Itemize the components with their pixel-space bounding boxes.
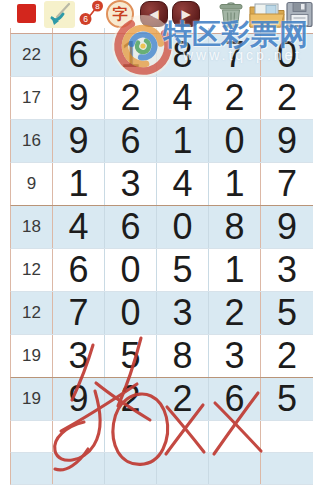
grid-row: 1696109 (10, 120, 313, 163)
digit-cell: 1 (105, 34, 157, 76)
row-sum-label: 9 (11, 163, 53, 205)
digit-cell: 6 (105, 120, 157, 162)
row-sum-label: 12 (11, 249, 53, 291)
digit-cell: 1 (157, 120, 209, 162)
digit-cell: 3 (209, 335, 261, 377)
digit-cell: 4 (157, 77, 209, 119)
grid-row: 2261870 (10, 33, 313, 77)
digit-cell: 8 (209, 206, 261, 248)
digit-cell: 4 (53, 206, 105, 248)
grid-row: 1846089 (10, 206, 313, 249)
row-sum-label: 22 (11, 34, 53, 76)
grid-row: 913417 (10, 163, 313, 206)
folder-open-button[interactable] (248, 1, 286, 28)
digit-cell: 9 (53, 120, 105, 162)
digit-cell (209, 421, 261, 452)
text-tool-button[interactable]: 字 (106, 0, 134, 28)
lottery-chart-app: { "game": "lottery-number-grid (七星彩 draw… (0, 0, 313, 485)
digit-cell: 4 (157, 163, 209, 205)
row-sum-label: 19 (11, 335, 53, 377)
digit-cell: 8 (157, 34, 209, 76)
back-arrow-icon: ◀ (149, 8, 158, 20)
digit-cell: 0 (261, 34, 313, 76)
digit-cell (209, 453, 261, 484)
digit-cell: 2 (105, 378, 157, 420)
digit-cell: 9 (53, 77, 105, 119)
digit-cell: 2 (209, 292, 261, 334)
grid-row: 1260513 (10, 249, 313, 292)
digit-cell: 3 (261, 249, 313, 291)
grid-row: 1270325 (10, 292, 313, 335)
digit-cell (53, 421, 105, 452)
zi-glyph: 字 (113, 5, 128, 24)
toolbar: 6 8 字 ◀ ▶ (0, 0, 313, 28)
grid-rows: 2261870179242216961099134171846089126051… (10, 33, 313, 485)
row-sum-label: 16 (11, 120, 53, 162)
digit-cell: 0 (105, 249, 157, 291)
digit-cell: 2 (157, 378, 209, 420)
digit-cell (261, 453, 313, 484)
digit-cell: 7 (53, 292, 105, 334)
digit-cell: 2 (209, 77, 261, 119)
digit-cell: 2 (105, 77, 157, 119)
route-badge-bottom: 6 (83, 14, 88, 24)
row-sum-label (11, 421, 53, 452)
digit-cell: 3 (53, 335, 105, 377)
forward-arrow-icon: ▶ (181, 8, 190, 20)
digit-cell: 0 (209, 120, 261, 162)
save-button[interactable] (286, 1, 313, 28)
digit-cell: 3 (105, 163, 157, 205)
digit-cell: 2 (261, 77, 313, 119)
digit-cell: 9 (261, 120, 313, 162)
digit-cell: 2 (261, 335, 313, 377)
digit-cell: 0 (157, 206, 209, 248)
digit-cell: 1 (209, 163, 261, 205)
digit-cell: 5 (261, 378, 313, 420)
route-tool-button[interactable]: 6 8 (78, 0, 104, 26)
row-sum-label: 12 (11, 292, 53, 334)
digit-cell: 5 (105, 335, 157, 377)
digit-cell (157, 453, 209, 484)
digit-cell: 6 (53, 249, 105, 291)
marker-tool-button[interactable] (44, 1, 75, 28)
digit-cell: 7 (261, 163, 313, 205)
grid-row: 1992265 (10, 378, 313, 421)
grid-row: 1792422 (10, 77, 313, 120)
digit-cell: 1 (53, 163, 105, 205)
digit-cell: 1 (209, 249, 261, 291)
digit-cell: 6 (105, 206, 157, 248)
digit-cell: 3 (157, 292, 209, 334)
digit-cell: 0 (105, 292, 157, 334)
row-sum-label (11, 453, 53, 484)
row-sum-label: 18 (11, 206, 53, 248)
digit-cell (157, 421, 209, 452)
grid-row (10, 421, 313, 453)
digit-cell: 7 (209, 34, 261, 76)
trash-button[interactable] (215, 1, 247, 28)
color-swatch-red[interactable] (17, 4, 36, 23)
row-sum-label: 17 (11, 77, 53, 119)
digit-cell: 6 (209, 378, 261, 420)
digit-cell (261, 421, 313, 452)
digit-cell: 9 (261, 206, 313, 248)
grid-row: 1935832 (10, 335, 313, 378)
grid-row (10, 453, 313, 485)
route-badge-top: 8 (95, 2, 100, 11)
forward-button[interactable]: ▶ (172, 1, 200, 27)
digit-cell: 5 (261, 292, 313, 334)
digit-cell (105, 453, 157, 484)
digit-cell: 9 (53, 378, 105, 420)
digit-cell: 5 (157, 249, 209, 291)
back-button[interactable]: ◀ (140, 1, 168, 27)
digit-cell (53, 453, 105, 484)
marker-pen-icon (44, 1, 75, 28)
digit-cell: 6 (53, 34, 105, 76)
number-grid: 2261870179242216961099134171846089126051… (0, 28, 313, 485)
digit-cell: 8 (157, 335, 209, 377)
row-sum-label: 19 (11, 378, 53, 420)
digit-cell (105, 421, 157, 452)
